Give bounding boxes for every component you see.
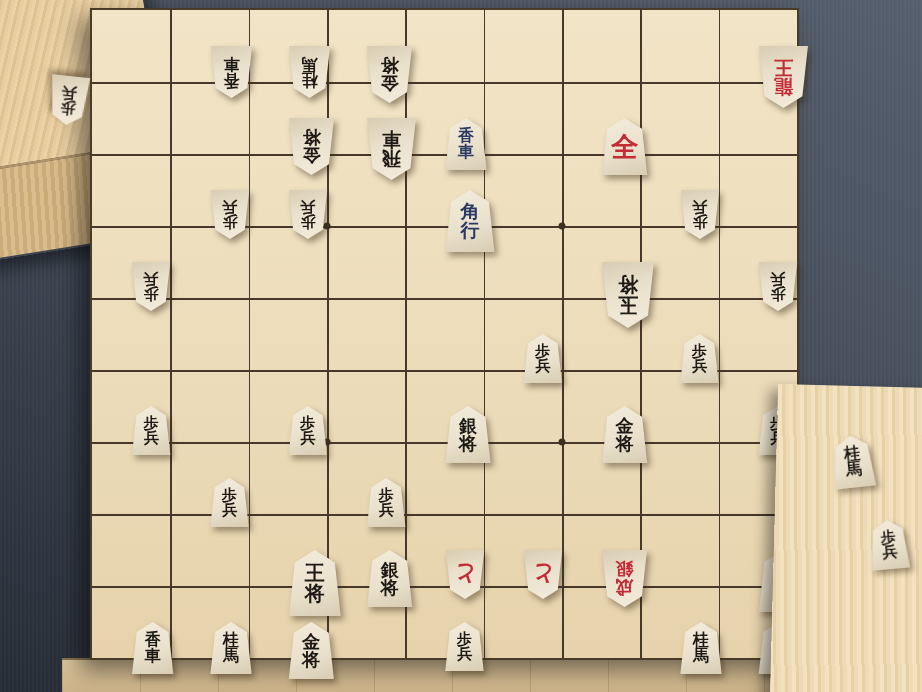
piece-kanji: 歩	[692, 215, 707, 230]
king-piece-face: 王将	[288, 550, 342, 616]
knight-piece-face: 桂馬	[288, 46, 331, 98]
piece-kanji: 兵	[457, 647, 472, 662]
grid-line-horizontal	[92, 82, 797, 84]
piece-kanji: 車	[145, 648, 161, 664]
tokin-piece-face: と	[523, 550, 563, 599]
king-piece-face: 玉将	[601, 262, 655, 328]
piece-kanji: 将	[618, 275, 638, 295]
star-point	[324, 223, 331, 230]
grid-line-horizontal	[92, 442, 797, 444]
piece-kanji: 銀	[459, 417, 477, 435]
piece-kanji: 玉	[618, 295, 638, 315]
grid-line-vertical	[719, 10, 721, 658]
knight-piece-face: 桂馬	[680, 622, 723, 674]
piece-kanji: 歩	[144, 287, 159, 302]
piece-kanji: 兵	[144, 272, 159, 287]
piece-kanji: 香	[223, 72, 239, 88]
pawn-piece-face: 歩兵	[288, 190, 328, 239]
promoted-rook-piece-face: 龍王	[758, 46, 809, 108]
pawn-piece-face: 歩兵	[445, 622, 485, 671]
grid-line-vertical	[484, 10, 486, 658]
piece-kanji: 兵	[144, 431, 159, 446]
piece-kanji: と	[531, 563, 554, 586]
pawn-piece-face: 歩兵	[523, 334, 563, 383]
knight-piece-face: 桂馬	[210, 622, 253, 674]
lance-piece-face: 香車	[445, 118, 488, 170]
piece-kanji: 兵	[300, 431, 315, 446]
piece-kanji: 馬	[223, 648, 239, 664]
piece-kanji: 桂	[301, 72, 317, 88]
shogi-board[interactable]: 香車桂馬金将龍王金将飛車香車全歩兵歩兵角行歩兵歩兵玉将歩兵歩兵歩兵歩兵歩兵銀将金…	[90, 8, 799, 660]
piece-kanji: 将	[381, 57, 399, 75]
piece-kanji: 兵	[770, 272, 785, 287]
piece-kanji: 金	[381, 75, 399, 93]
piece-kanji: 王	[305, 563, 325, 583]
piece-kanji: 兵	[222, 503, 237, 518]
piece-kanji: 将	[459, 435, 477, 453]
piece-kanji: 車	[382, 130, 401, 149]
pawn-piece-face: 歩兵	[680, 190, 720, 239]
piece-kanji: と	[453, 563, 476, 586]
grid-line-horizontal	[92, 298, 797, 300]
grid-line-vertical	[562, 10, 564, 658]
piece-kanji: 龍	[774, 77, 793, 96]
pawn-piece-face: 歩兵	[210, 478, 250, 527]
piece-kanji: 車	[223, 56, 239, 72]
grid-line-vertical	[170, 10, 172, 658]
table-scene: 香車桂馬金将龍王金将飛車香車全歩兵歩兵角行歩兵歩兵玉将歩兵歩兵歩兵歩兵歩兵銀将金…	[0, 0, 922, 692]
piece-kanji: 将	[305, 583, 325, 603]
star-point	[559, 223, 566, 230]
piece-kanji: 馬	[845, 461, 863, 479]
piece-kanji: 馬	[693, 648, 709, 664]
pawn-piece-face: 歩兵	[210, 190, 250, 239]
piece-kanji: 銀	[381, 561, 399, 579]
piece-kanji: 将	[302, 651, 320, 669]
pawn-piece-face: 歩兵	[131, 406, 171, 455]
piece-kanji: 将	[616, 435, 634, 453]
grid-line-horizontal	[92, 154, 797, 156]
grid-line-vertical	[249, 10, 251, 658]
piece-kanji: 馬	[301, 56, 317, 72]
piece-kanji: 将	[381, 579, 399, 597]
grid-line-horizontal	[92, 586, 797, 588]
piece-kanji: 金	[616, 417, 634, 435]
lance-piece-face: 香車	[131, 622, 174, 674]
grid-line-horizontal	[92, 514, 797, 516]
piece-kanji: 将	[302, 129, 320, 147]
piece-kanji: 兵	[379, 503, 394, 518]
piece-kanji: 兵	[535, 359, 550, 374]
pawn-piece-face: 歩兵	[288, 406, 328, 455]
piece-kanji: 金	[302, 147, 320, 165]
star-point	[559, 439, 566, 446]
piece-kanji: 歩	[222, 215, 237, 230]
piece-kanji: 車	[458, 144, 474, 160]
piece-kanji: 兵	[61, 85, 77, 101]
pawn-piece-face: 歩兵	[758, 262, 798, 311]
piece-kanji: 全	[611, 133, 638, 160]
lance-piece-face: 香車	[210, 46, 253, 98]
piece-kanji: 兵	[692, 359, 707, 374]
piece-kanji: 歩	[300, 215, 315, 230]
piece-kanji: 兵	[222, 200, 237, 215]
piece-kanji: 歩	[770, 287, 785, 302]
pawn-piece-face: 歩兵	[680, 334, 720, 383]
pawn-piece-face: 歩兵	[131, 262, 171, 311]
bishop-piece-face: 角行	[445, 190, 496, 252]
pawn-piece-face: 歩兵	[366, 478, 406, 527]
piece-kanji: 金	[302, 633, 320, 651]
piece-kanji: 兵	[692, 200, 707, 215]
piece-kanji: 成	[616, 579, 634, 597]
piece-kanji: 兵	[300, 200, 315, 215]
tokin-piece-face: と	[445, 550, 485, 599]
piece-kanji: 飛	[382, 149, 401, 168]
piece-kanji: 行	[461, 221, 480, 240]
piece-kanji: 王	[774, 58, 793, 77]
piece-kanji: 銀	[616, 561, 634, 579]
piece-kanji: 兵	[882, 544, 898, 560]
rook-piece-face: 飛車	[366, 118, 417, 180]
